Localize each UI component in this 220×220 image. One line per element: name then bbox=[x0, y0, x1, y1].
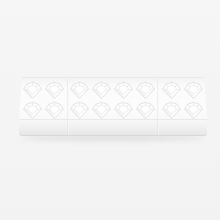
tray-top-surface bbox=[19, 77, 207, 119]
diamond-cavity bbox=[44, 101, 65, 120]
diamond-gem-icon bbox=[22, 81, 43, 100]
diamond-cavity bbox=[22, 81, 43, 100]
mold-section bbox=[157, 80, 207, 120]
diamond-cavity bbox=[135, 81, 156, 100]
diamond-cavity bbox=[161, 101, 182, 120]
diamond-gem-icon bbox=[135, 81, 156, 100]
diamond-cavity bbox=[69, 101, 90, 120]
diamond-cavity bbox=[91, 81, 112, 100]
diamond-gem-icon bbox=[44, 101, 65, 120]
diamond-cavity bbox=[91, 101, 112, 120]
diamond-gem-icon bbox=[69, 101, 90, 120]
diamond-cavity bbox=[183, 101, 204, 120]
diamond-cavity bbox=[44, 81, 65, 100]
diamond-gem-icon bbox=[135, 101, 156, 120]
diamond-gem-icon bbox=[91, 81, 112, 100]
diamond-gem-icon bbox=[113, 101, 134, 120]
diamond-gem-icon bbox=[161, 81, 182, 100]
diamond-gem-icon bbox=[183, 81, 204, 100]
diamond-gem-icon bbox=[113, 81, 134, 100]
diamond-gem-icon bbox=[91, 101, 112, 120]
tray-top-front-edge bbox=[19, 119, 207, 120]
mold-section bbox=[67, 80, 157, 120]
diamond-gem-icon bbox=[161, 101, 182, 120]
mold-seam-right bbox=[157, 79, 159, 135]
diamond-cavity bbox=[183, 81, 204, 100]
diamond-cavity bbox=[135, 101, 156, 120]
cavity-grid bbox=[19, 80, 207, 120]
diamond-gem-icon bbox=[22, 101, 43, 120]
mold-seam-left bbox=[67, 79, 69, 135]
diamond-cavity bbox=[113, 81, 134, 100]
diamond-gem-icon bbox=[183, 101, 204, 120]
diamond-cavity bbox=[22, 101, 43, 120]
chocolate-mold-tray bbox=[19, 77, 207, 140]
diamond-cavity bbox=[69, 81, 90, 100]
diamond-gem-icon bbox=[44, 81, 65, 100]
product-photo bbox=[0, 0, 220, 220]
diamond-cavity bbox=[113, 101, 134, 120]
diamond-cavity bbox=[161, 81, 182, 100]
mold-section bbox=[19, 80, 67, 120]
tray-front-wall bbox=[19, 119, 207, 136]
diamond-gem-icon bbox=[69, 81, 90, 100]
